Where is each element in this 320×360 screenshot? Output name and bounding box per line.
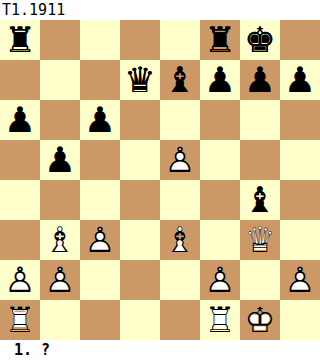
white-pawn-outline: ♙ bbox=[0, 260, 40, 300]
square-f5[interactable] bbox=[200, 140, 240, 180]
square-c1[interactable] bbox=[80, 300, 120, 340]
square-e3[interactable]: ♝♗ bbox=[160, 220, 200, 260]
square-b2[interactable]: ♟♙ bbox=[40, 260, 80, 300]
white-rook-outline: ♖ bbox=[0, 300, 40, 340]
square-a1[interactable]: ♜♖ bbox=[0, 300, 40, 340]
white-pawn[interactable]: ♟♙ bbox=[280, 260, 320, 300]
white-queen[interactable]: ♛♕ bbox=[240, 220, 280, 260]
white-pawn-outline: ♙ bbox=[40, 260, 80, 300]
white-pawn-outline: ♙ bbox=[80, 220, 120, 260]
white-rook-outline: ♖ bbox=[200, 300, 240, 340]
puzzle-title: T1.1911 bbox=[0, 0, 320, 20]
square-b5[interactable]: ♟♟ bbox=[40, 140, 80, 180]
black-pawn-outline: ♟ bbox=[200, 60, 240, 100]
square-a4[interactable] bbox=[0, 180, 40, 220]
white-rook[interactable]: ♜♖ bbox=[0, 300, 40, 340]
black-queen[interactable]: ♛♛ bbox=[120, 60, 160, 100]
black-pawn-outline: ♟ bbox=[80, 100, 120, 140]
black-bishop-outline: ♝ bbox=[160, 60, 200, 100]
square-f1[interactable]: ♜♖ bbox=[200, 300, 240, 340]
square-c3[interactable]: ♟♙ bbox=[80, 220, 120, 260]
black-king-outline: ♚ bbox=[240, 20, 280, 60]
black-pawn[interactable]: ♟♟ bbox=[40, 140, 80, 180]
black-pawn[interactable]: ♟♟ bbox=[240, 60, 280, 100]
square-h3[interactable] bbox=[280, 220, 320, 260]
white-bishop[interactable]: ♝♗ bbox=[160, 220, 200, 260]
square-h7[interactable]: ♟♟ bbox=[280, 60, 320, 100]
black-rook[interactable]: ♜♜ bbox=[0, 20, 40, 60]
white-pawn[interactable]: ♟♙ bbox=[40, 260, 80, 300]
black-bishop-outline: ♝ bbox=[240, 180, 280, 220]
square-e8[interactable] bbox=[160, 20, 200, 60]
black-queen-outline: ♛ bbox=[120, 60, 160, 100]
square-d4[interactable] bbox=[120, 180, 160, 220]
square-e7[interactable]: ♝♝ bbox=[160, 60, 200, 100]
square-f8[interactable]: ♜♜ bbox=[200, 20, 240, 60]
square-f2[interactable]: ♟♙ bbox=[200, 260, 240, 300]
white-bishop-outline: ♗ bbox=[40, 220, 80, 260]
square-c8[interactable] bbox=[80, 20, 120, 60]
chess-board: ♜♜♜♜♚♚♛♛♝♝♟♟♟♟♟♟♟♟♟♟♟♟♟♙♝♝♝♗♟♙♝♗♛♕♟♙♟♙♟♙… bbox=[0, 20, 320, 340]
square-h8[interactable] bbox=[280, 20, 320, 60]
square-d2[interactable] bbox=[120, 260, 160, 300]
white-queen-outline: ♕ bbox=[240, 220, 280, 260]
square-e4[interactable] bbox=[160, 180, 200, 220]
black-rook-outline: ♜ bbox=[0, 20, 40, 60]
square-d8[interactable] bbox=[120, 20, 160, 60]
black-pawn[interactable]: ♟♟ bbox=[280, 60, 320, 100]
square-a2[interactable]: ♟♙ bbox=[0, 260, 40, 300]
black-rook-outline: ♜ bbox=[200, 20, 240, 60]
white-pawn[interactable]: ♟♙ bbox=[160, 140, 200, 180]
square-c5[interactable] bbox=[80, 140, 120, 180]
black-pawn[interactable]: ♟♟ bbox=[200, 60, 240, 100]
white-pawn[interactable]: ♟♙ bbox=[200, 260, 240, 300]
white-bishop[interactable]: ♝♗ bbox=[40, 220, 80, 260]
black-bishop[interactable]: ♝♝ bbox=[160, 60, 200, 100]
square-e2[interactable] bbox=[160, 260, 200, 300]
square-g4[interactable]: ♝♝ bbox=[240, 180, 280, 220]
square-b3[interactable]: ♝♗ bbox=[40, 220, 80, 260]
square-h4[interactable] bbox=[280, 180, 320, 220]
square-f7[interactable]: ♟♟ bbox=[200, 60, 240, 100]
square-d5[interactable] bbox=[120, 140, 160, 180]
white-bishop-outline: ♗ bbox=[160, 220, 200, 260]
square-g8[interactable]: ♚♚ bbox=[240, 20, 280, 60]
black-king[interactable]: ♚♚ bbox=[240, 20, 280, 60]
square-h6[interactable] bbox=[280, 100, 320, 140]
square-g1[interactable]: ♚♔ bbox=[240, 300, 280, 340]
square-a6[interactable]: ♟♟ bbox=[0, 100, 40, 140]
square-e1[interactable] bbox=[160, 300, 200, 340]
move-prompt: 1. ? bbox=[0, 340, 320, 360]
square-h2[interactable]: ♟♙ bbox=[280, 260, 320, 300]
square-b1[interactable] bbox=[40, 300, 80, 340]
square-g3[interactable]: ♛♕ bbox=[240, 220, 280, 260]
square-h1[interactable] bbox=[280, 300, 320, 340]
chess-diagram: T1.1911 ♜♜♜♜♚♚♛♛♝♝♟♟♟♟♟♟♟♟♟♟♟♟♟♙♝♝♝♗♟♙♝♗… bbox=[0, 0, 320, 360]
white-pawn-outline: ♙ bbox=[280, 260, 320, 300]
black-pawn[interactable]: ♟♟ bbox=[80, 100, 120, 140]
white-pawn-outline: ♙ bbox=[200, 260, 240, 300]
square-f3[interactable] bbox=[200, 220, 240, 260]
square-g7[interactable]: ♟♟ bbox=[240, 60, 280, 100]
square-e5[interactable]: ♟♙ bbox=[160, 140, 200, 180]
square-c6[interactable]: ♟♟ bbox=[80, 100, 120, 140]
square-a3[interactable] bbox=[0, 220, 40, 260]
square-c4[interactable] bbox=[80, 180, 120, 220]
square-e6[interactable] bbox=[160, 100, 200, 140]
square-d3[interactable] bbox=[120, 220, 160, 260]
white-pawn[interactable]: ♟♙ bbox=[0, 260, 40, 300]
square-g6[interactable] bbox=[240, 100, 280, 140]
square-d7[interactable]: ♛♛ bbox=[120, 60, 160, 100]
black-rook[interactable]: ♜♜ bbox=[200, 20, 240, 60]
square-d1[interactable] bbox=[120, 300, 160, 340]
white-pawn[interactable]: ♟♙ bbox=[80, 220, 120, 260]
square-b6[interactable] bbox=[40, 100, 80, 140]
white-pawn-outline: ♙ bbox=[160, 140, 200, 180]
black-pawn-outline: ♟ bbox=[0, 100, 40, 140]
square-a8[interactable]: ♜♜ bbox=[0, 20, 40, 60]
square-f6[interactable] bbox=[200, 100, 240, 140]
black-bishop[interactable]: ♝♝ bbox=[240, 180, 280, 220]
black-pawn-outline: ♟ bbox=[280, 60, 320, 100]
square-h5[interactable] bbox=[280, 140, 320, 180]
square-g2[interactable] bbox=[240, 260, 280, 300]
square-f4[interactable] bbox=[200, 180, 240, 220]
square-b8[interactable] bbox=[40, 20, 80, 60]
square-b7[interactable] bbox=[40, 60, 80, 100]
square-a7[interactable] bbox=[0, 60, 40, 100]
square-c7[interactable] bbox=[80, 60, 120, 100]
black-pawn-outline: ♟ bbox=[240, 60, 280, 100]
white-king-outline: ♔ bbox=[240, 300, 280, 340]
white-rook[interactable]: ♜♖ bbox=[200, 300, 240, 340]
black-pawn-outline: ♟ bbox=[40, 140, 80, 180]
square-c2[interactable] bbox=[80, 260, 120, 300]
black-pawn[interactable]: ♟♟ bbox=[0, 100, 40, 140]
square-b4[interactable] bbox=[40, 180, 80, 220]
square-a5[interactable] bbox=[0, 140, 40, 180]
white-king[interactable]: ♚♔ bbox=[240, 300, 280, 340]
square-g5[interactable] bbox=[240, 140, 280, 180]
square-d6[interactable] bbox=[120, 100, 160, 140]
